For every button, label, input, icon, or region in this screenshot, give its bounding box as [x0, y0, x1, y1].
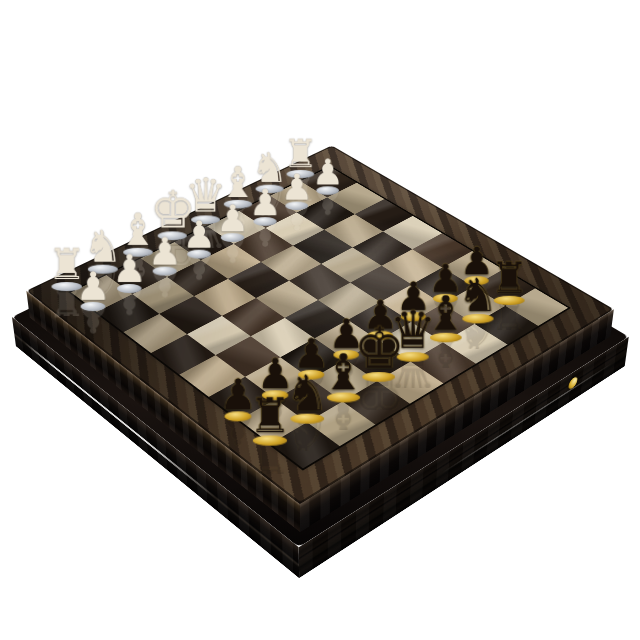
piece-black-rook-h8[interactable]: ♜♜	[244, 376, 296, 446]
piece-glyph: ♟	[69, 267, 116, 306]
piece-glyph: ♜	[244, 392, 296, 440]
square-f4[interactable]	[222, 298, 285, 336]
square-g3[interactable]	[159, 296, 222, 334]
square-h3[interactable]	[123, 314, 186, 353]
product-photo: ♜♜♞♞♝♝♛♛♚♚♝♝♞♞♜♜♟♟♟♟♟♟♟♟♟♟♟♟♟♟♟♟♟♟♟♟♟♟♟♟…	[0, 0, 640, 640]
chess-board-box: ♜♜♞♞♝♝♛♛♚♚♝♝♞♞♜♜♟♟♟♟♟♟♟♟♟♟♟♟♟♟♟♟♟♟♟♟♟♟♟♟…	[26, 146, 614, 504]
scene: ♜♜♞♞♝♝♛♛♚♚♝♝♞♞♜♜♟♟♟♟♟♟♟♟♟♟♟♟♟♟♟♟♟♟♟♟♟♟♟♟…	[0, 0, 640, 640]
piece-white-pawn-h2[interactable]: ♟♟	[69, 248, 116, 312]
drawer-knob[interactable]	[568, 375, 578, 391]
square-g4[interactable]	[187, 316, 251, 355]
square-h4[interactable]	[151, 334, 216, 374]
